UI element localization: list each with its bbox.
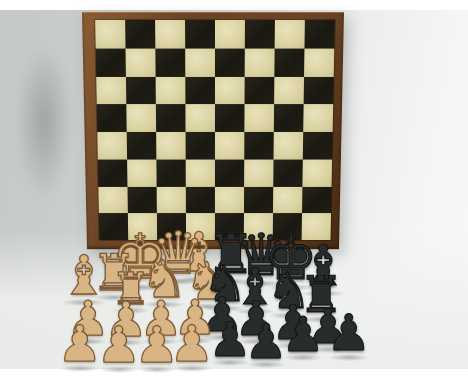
black-pawn: ♟	[281, 310, 324, 358]
black-pawn: ♟	[244, 317, 287, 365]
black-pawn: ♟	[327, 308, 372, 358]
piece-groups: ♝♜♜♚♞♛♝♞♟♟♟♟♟♟♟♟♜♛♚♝♞♝♞♜♟♟♟♟♟♟♟♟	[0, 0, 468, 382]
white-pawn: ♟	[135, 320, 180, 370]
scene-photo: ♝♜♜♚♞♛♝♞♟♟♟♟♟♟♟♟♜♛♚♝♞♝♞♜♟♟♟♟♟♟♟♟	[0, 0, 468, 382]
